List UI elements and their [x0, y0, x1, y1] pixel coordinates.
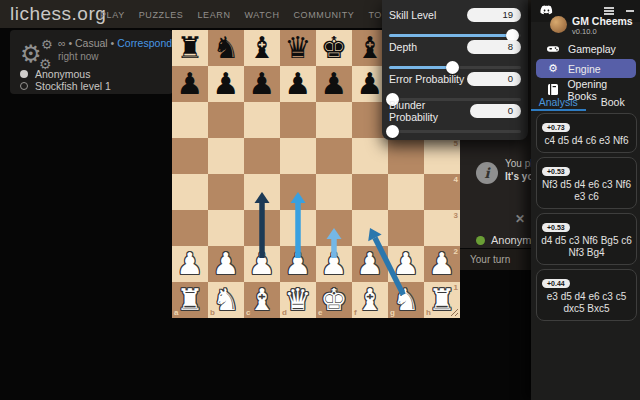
engine-lines: +0.73 c4 d5 d4 c6 e3 Nf6 +0.53 Nf3 d5 d4… — [536, 113, 637, 325]
black-knight-b8[interactable]: ♞ — [213, 30, 240, 66]
black-player-row[interactable]: Stockfish level 1 — [20, 80, 111, 92]
engine-line[interactable]: +0.73 c4 d5 d4 c6 e3 Nf6 — [536, 113, 637, 153]
analysis-book-tabs: Analysis Book — [531, 92, 640, 111]
engine-settings-popup: Skill Level 19 Depth 8 Error Probability… — [382, 0, 528, 140]
square-d4[interactable] — [280, 174, 316, 210]
square-a3[interactable] — [172, 210, 208, 246]
board-resize-handle[interactable] — [450, 308, 459, 317]
error-probability-input[interactable]: 0 — [467, 72, 521, 86]
gear-icon: ⚙ — [547, 62, 559, 75]
black-bishop-f8[interactable]: ♝ — [357, 30, 384, 66]
depth-input[interactable]: 8 — [467, 40, 521, 54]
square-c8[interactable]: ♝ — [244, 30, 280, 66]
opponent-name: Anonymous — [491, 234, 531, 246]
skill-level-label: Skill Level — [389, 9, 436, 21]
depth-row: Depth 8 — [389, 38, 521, 70]
square-a5[interactable] — [172, 138, 208, 174]
gamepad-icon — [547, 45, 559, 53]
white-player-name: Anonymous — [35, 68, 90, 80]
blunder-probability-input[interactable]: 0 — [470, 104, 521, 118]
square-f5[interactable] — [352, 138, 388, 174]
white-bishop-c1[interactable]: ♝ — [249, 282, 276, 318]
white-bishop-f1[interactable]: ♝ — [357, 282, 384, 318]
black-pawn-d7[interactable]: ♟ — [285, 66, 312, 102]
main-nav: PLAY PUZZLES LEARN WATCH COMMUNITY TOOLS — [100, 10, 402, 20]
square-e6[interactable] — [316, 102, 352, 138]
engine-line[interactable]: +0.53 Nf3 d5 d4 e6 c3 Nf6 e3 c6 — [536, 157, 637, 209]
nav-learn[interactable]: LEARN — [197, 10, 230, 20]
square-e3[interactable] — [316, 210, 352, 246]
blunder-probability-row: Blunder Probability 0 — [389, 102, 521, 134]
square-a6[interactable] — [172, 102, 208, 138]
square-b4[interactable] — [208, 174, 244, 210]
black-pawn-e7[interactable]: ♟ — [321, 66, 348, 102]
extension-title: GM Cheems — [572, 15, 633, 27]
square-f3[interactable] — [352, 210, 388, 246]
square-b8[interactable]: ♞ — [208, 30, 244, 66]
square-a4[interactable] — [172, 174, 208, 210]
info-icon: i — [476, 162, 498, 184]
square-d8[interactable]: ♛ — [280, 30, 316, 66]
square-d6[interactable] — [280, 102, 316, 138]
tab-analysis[interactable]: Analysis — [531, 92, 586, 111]
menu-item-label: Engine — [568, 63, 601, 75]
blunder-probability-slider[interactable] — [389, 125, 521, 139]
white-pawn-e2[interactable]: ♟ — [321, 246, 348, 282]
file-label-f: f — [354, 308, 357, 317]
your-turn-message: It's your — [505, 171, 531, 182]
menu-item-label: Gameplay — [568, 43, 616, 55]
file-label-b: b — [210, 308, 215, 317]
white-rook-a1[interactable]: ♜ — [177, 282, 204, 318]
error-probability-row: Error Probability 0 — [389, 70, 521, 102]
rank-label-1: 1 — [454, 283, 458, 292]
menu-icon[interactable] — [604, 7, 614, 15]
square-c6[interactable] — [244, 102, 280, 138]
white-king-e1[interactable]: ♚ — [321, 282, 348, 318]
square-e4[interactable] — [316, 174, 352, 210]
black-pawn-f7[interactable]: ♟ — [357, 66, 384, 102]
eval-badge: +0.53 — [542, 167, 570, 176]
white-pawn-b2[interactable]: ♟ — [213, 246, 240, 282]
square-a7[interactable]: ♟ — [172, 66, 208, 102]
square-g5[interactable] — [388, 138, 424, 174]
square-a2[interactable]: ♟ — [172, 246, 208, 282]
black-pawn-b7[interactable]: ♟ — [213, 66, 240, 102]
square-d7[interactable]: ♟ — [280, 66, 316, 102]
square-c5[interactable] — [244, 138, 280, 174]
eval-badge: +0.44 — [542, 279, 570, 288]
rank-label-5: 5 — [454, 139, 458, 148]
extension-version: v0.10.0 — [572, 27, 597, 36]
white-player-icon — [20, 70, 28, 78]
square-c4[interactable] — [244, 174, 280, 210]
square-f4[interactable] — [352, 174, 388, 210]
square-g2[interactable]: ♟ — [388, 246, 424, 282]
square-g3[interactable] — [388, 210, 424, 246]
eval-badge: +0.73 — [542, 123, 570, 132]
white-pawn-h2[interactable]: ♟ — [429, 246, 456, 282]
square-f1[interactable]: ♝ — [352, 282, 388, 318]
square-b2[interactable]: ♟ — [208, 246, 244, 282]
nav-community[interactable]: COMMUNITY — [293, 10, 354, 20]
black-player-name: Stockfish level 1 — [35, 80, 111, 92]
file-label-h: h — [426, 308, 431, 317]
square-e8[interactable]: ♚ — [316, 30, 352, 66]
black-queen-d8[interactable]: ♛ — [285, 30, 312, 66]
nav-puzzles[interactable]: PUZZLES — [139, 10, 184, 20]
game-type-prefix: ∞ • Casual • — [58, 37, 114, 49]
white-player-row[interactable]: Anonymous — [20, 68, 90, 80]
rank-label-4: 4 — [454, 175, 458, 184]
square-d5[interactable] — [280, 138, 316, 174]
white-knight-b1[interactable]: ♞ — [213, 282, 240, 318]
skill-level-input[interactable]: 19 — [467, 8, 521, 22]
error-probability-label: Error Probability — [389, 73, 464, 85]
menu-item-engine[interactable]: ⚙ Engine — [536, 59, 636, 78]
game-time-label: right now — [58, 51, 99, 62]
square-e5[interactable] — [316, 138, 352, 174]
black-king-e8[interactable]: ♚ — [321, 30, 348, 66]
line-moves: Nf3 d5 d4 e6 c3 Nf6 e3 c6 — [540, 179, 633, 204]
square-b6[interactable] — [208, 102, 244, 138]
game-meta-box: ⚙⚙⚙ ∞ • Casual • Correspondence right no… — [10, 30, 173, 94]
minimize-icon[interactable] — [626, 10, 634, 12]
black-bishop-c8[interactable]: ♝ — [249, 30, 276, 66]
menu-item-gameplay[interactable]: Gameplay — [536, 39, 636, 58]
depth-label: Depth — [389, 41, 417, 53]
engine-line[interactable]: +0.53 d4 d5 c3 Nf6 Bg5 c6 Nf3 Bg4 — [536, 213, 637, 265]
square-c7[interactable]: ♟ — [244, 66, 280, 102]
square-e7[interactable]: ♟ — [316, 66, 352, 102]
nav-watch[interactable]: WATCH — [244, 10, 279, 20]
white-pawn-a2[interactable]: ♟ — [177, 246, 204, 282]
square-b5[interactable] — [208, 138, 244, 174]
rank-label-3: 3 — [454, 211, 458, 220]
square-c3[interactable] — [244, 210, 280, 246]
file-label-e: e — [318, 308, 322, 317]
turn-indicator: Your turn — [460, 248, 531, 270]
eval-badge: +0.53 — [542, 223, 570, 232]
stockfish-icon — [20, 82, 28, 90]
square-d2[interactable]: ♟ — [280, 246, 316, 282]
square-b7[interactable]: ♟ — [208, 66, 244, 102]
square-f2[interactable]: ♟ — [352, 246, 388, 282]
square-e2[interactable]: ♟ — [316, 246, 352, 282]
file-label-c: c — [246, 308, 250, 317]
opponent-row[interactable]: Anonymous — [476, 234, 531, 246]
nav-play[interactable]: PLAY — [100, 10, 125, 20]
square-b3[interactable] — [208, 210, 244, 246]
white-knight-g1[interactable]: ♞ — [393, 282, 420, 318]
black-pawn-c7[interactable]: ♟ — [249, 66, 276, 102]
extension-panel: GM Cheems v0.10.0 Gameplay ⚙ Engine Open… — [531, 0, 640, 400]
tab-book[interactable]: Book — [586, 92, 640, 111]
line-moves: e3 d5 d4 e6 c3 c5 dxc5 Bxc5 — [540, 291, 633, 316]
lichess-logo[interactable]: lichess.org — [10, 3, 106, 25]
you-play-text: You play — [505, 158, 531, 169]
white-pawn-f2[interactable]: ♟ — [357, 246, 384, 282]
engine-line[interactable]: +0.44 e3 d5 d4 e6 c3 c5 dxc5 Bxc5 — [536, 269, 637, 321]
white-pawn-g2[interactable]: ♟ — [393, 246, 420, 282]
square-g4[interactable] — [388, 174, 424, 210]
square-a8[interactable]: ♜ — [172, 30, 208, 66]
skill-level-row: Skill Level 19 — [389, 6, 521, 38]
discord-icon[interactable] — [540, 5, 553, 16]
square-c2[interactable]: ♟ — [244, 246, 280, 282]
line-moves: c4 d5 d4 c6 e3 Nf6 — [540, 135, 633, 148]
black-pawn-a7[interactable]: ♟ — [177, 66, 204, 102]
lichess-page: lichess.org PLAY PUZZLES LEARN WATCH COM… — [0, 0, 640, 400]
file-label-g: g — [390, 308, 395, 317]
close-icon[interactable]: ✕ — [515, 212, 525, 226]
white-pawn-d2[interactable]: ♟ — [285, 246, 312, 282]
avatar — [550, 16, 567, 33]
white-pawn-c2[interactable]: ♟ — [249, 246, 276, 282]
online-dot — [476, 236, 485, 245]
file-label-d: d — [282, 308, 287, 317]
slider-thumb[interactable] — [386, 125, 399, 138]
square-d3[interactable] — [280, 210, 316, 246]
your-turn-label: Your turn — [470, 254, 510, 265]
white-queen-d1[interactable]: ♛ — [285, 282, 312, 318]
blunder-probability-label: Blunder Probability — [389, 99, 470, 123]
file-label-a: a — [174, 308, 178, 317]
rank-label-2: 2 — [454, 247, 458, 256]
line-moves: d4 d5 c3 Nf6 Bg5 c6 Nf3 Bg4 — [540, 235, 633, 260]
black-rook-a8[interactable]: ♜ — [177, 30, 204, 66]
